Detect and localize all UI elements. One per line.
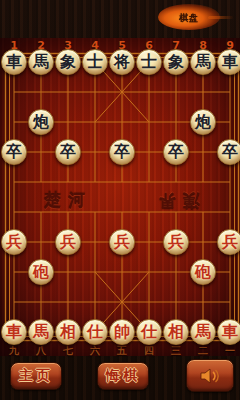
piece-black[interactable]: 卒 bbox=[1, 139, 27, 165]
river-label-right: 漢界 bbox=[148, 189, 204, 212]
flame-badge: 棋盘 bbox=[158, 4, 220, 30]
piece-red[interactable]: 馬 bbox=[28, 319, 54, 345]
piece-black[interactable]: 卒 bbox=[109, 139, 135, 165]
piece-red[interactable]: 兵 bbox=[217, 229, 240, 255]
piece-black[interactable]: 車 bbox=[217, 49, 240, 75]
piece-black[interactable]: 卒 bbox=[163, 139, 189, 165]
piece-red[interactable]: 砲 bbox=[28, 259, 54, 285]
piece-black[interactable]: 炮 bbox=[190, 109, 216, 135]
piece-red[interactable]: 兵 bbox=[1, 229, 27, 255]
xiangqi-board: 123456789 九八七六五四三二一 楚河 漢界 車馬象士将士象馬車炮炮卒卒卒… bbox=[0, 38, 240, 356]
xiangqi-app: 棋盘 123456789 九八七六五四三二一 楚河 漢界 車馬象士将士象馬車 bbox=[0, 0, 240, 400]
piece-red[interactable]: 相 bbox=[55, 319, 81, 345]
piece-red[interactable]: 兵 bbox=[163, 229, 189, 255]
piece-red[interactable]: 砲 bbox=[190, 259, 216, 285]
piece-red[interactable]: 帥 bbox=[109, 319, 135, 345]
piece-black[interactable]: 士 bbox=[82, 49, 108, 75]
board-grid bbox=[0, 38, 240, 356]
piece-red[interactable]: 仕 bbox=[82, 319, 108, 345]
sound-button[interactable] bbox=[186, 359, 234, 392]
piece-black[interactable]: 卒 bbox=[55, 139, 81, 165]
piece-red[interactable]: 車 bbox=[1, 319, 27, 345]
speaker-icon bbox=[199, 367, 221, 385]
bottom-toolbar: 主页 悔棋 bbox=[0, 356, 240, 400]
piece-black[interactable]: 将 bbox=[109, 49, 135, 75]
flame-badge-text: 棋盘 bbox=[179, 12, 199, 25]
undo-move-button[interactable]: 悔棋 bbox=[97, 362, 149, 390]
piece-black[interactable]: 象 bbox=[163, 49, 189, 75]
piece-black[interactable]: 卒 bbox=[217, 139, 240, 165]
piece-red[interactable]: 馬 bbox=[190, 319, 216, 345]
home-button[interactable]: 主页 bbox=[10, 362, 62, 390]
piece-red[interactable]: 兵 bbox=[55, 229, 81, 255]
piece-red[interactable]: 兵 bbox=[109, 229, 135, 255]
piece-black[interactable]: 馬 bbox=[28, 49, 54, 75]
piece-red[interactable]: 車 bbox=[217, 319, 240, 345]
river-label-left: 楚河 bbox=[40, 189, 96, 212]
piece-black[interactable]: 士 bbox=[136, 49, 162, 75]
piece-red[interactable]: 相 bbox=[163, 319, 189, 345]
piece-black[interactable]: 炮 bbox=[28, 109, 54, 135]
piece-black[interactable]: 馬 bbox=[190, 49, 216, 75]
piece-black[interactable]: 車 bbox=[1, 49, 27, 75]
piece-red[interactable]: 仕 bbox=[136, 319, 162, 345]
piece-black[interactable]: 象 bbox=[55, 49, 81, 75]
